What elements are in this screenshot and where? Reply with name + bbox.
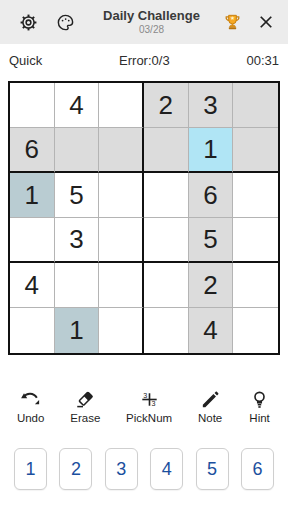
undo-label: Undo <box>17 412 45 424</box>
cell-r4c6[interactable] <box>233 218 278 263</box>
cell-r6c4[interactable] <box>144 308 189 353</box>
cell-r4c4[interactable] <box>144 218 189 263</box>
theme-palette-icon[interactable] <box>53 10 77 34</box>
cell-r6c3[interactable] <box>99 308 144 353</box>
svg-text:3: 3 <box>143 392 147 400</box>
hint-label: Hint <box>249 412 269 424</box>
cell-r6c1[interactable] <box>10 308 55 353</box>
undo-button[interactable]: Undo <box>17 388 45 424</box>
numpad-1-button[interactable]: 1 <box>14 448 47 490</box>
cell-r2c2[interactable] <box>55 128 100 173</box>
cell-r4c1[interactable] <box>10 218 55 263</box>
cell-r3c3[interactable] <box>99 173 144 218</box>
timer: 00:31 <box>246 53 279 68</box>
status-bar: Quick Error:0/3 00:31 <box>0 53 288 68</box>
cell-r1c5[interactable]: 3 <box>189 83 234 128</box>
cell-r5c2[interactable] <box>55 263 100 308</box>
toolbar: Undo Erase 3 3 PickNum Note <box>0 388 288 424</box>
picknum-button[interactable]: 3 3 PickNum <box>126 388 172 424</box>
trophy-icon[interactable]: ★ <box>220 10 244 34</box>
note-label: Note <box>198 412 222 424</box>
cell-r6c5[interactable]: 4 <box>189 308 234 353</box>
numpad-6-button[interactable]: 6 <box>241 448 274 490</box>
sudoku-board: 42361156354214 <box>8 81 280 355</box>
cell-r2c6[interactable] <box>233 128 278 173</box>
cell-r4c2[interactable]: 3 <box>55 218 100 263</box>
cell-r4c3[interactable] <box>99 218 144 263</box>
cell-r2c1[interactable]: 6 <box>10 128 55 173</box>
cell-r1c3[interactable] <box>99 83 144 128</box>
numpad-4-button[interactable]: 4 <box>150 448 183 490</box>
header-title-block: Daily Challenge 03/28 <box>83 9 220 35</box>
cell-r1c4[interactable]: 2 <box>144 83 189 128</box>
cell-r3c4[interactable] <box>144 173 189 218</box>
erase-button[interactable]: Erase <box>70 388 100 424</box>
erase-icon <box>74 388 97 411</box>
cell-r3c1[interactable]: 1 <box>10 173 55 218</box>
hint-bulb-icon <box>248 388 271 411</box>
number-pad: 123456 <box>0 448 288 490</box>
page-title: Daily Challenge <box>103 9 200 24</box>
cell-r6c6[interactable] <box>233 308 278 353</box>
numpad-5-button[interactable]: 5 <box>196 448 229 490</box>
cell-r2c3[interactable] <box>99 128 144 173</box>
error-counter: Error:0/3 <box>119 53 170 68</box>
settings-gear-icon[interactable] <box>16 10 40 34</box>
cell-r1c2[interactable]: 4 <box>55 83 100 128</box>
note-pencil-icon <box>199 388 222 411</box>
cell-r1c1[interactable] <box>10 83 55 128</box>
cell-r5c1[interactable]: 4 <box>10 263 55 308</box>
numpad-3-button[interactable]: 3 <box>105 448 138 490</box>
picknum-label: PickNum <box>126 412 172 424</box>
picknum-label-sibling: Erase <box>70 412 100 424</box>
cell-r1c6[interactable] <box>233 83 278 128</box>
note-button[interactable]: Note <box>198 388 222 424</box>
cell-r4c5[interactable]: 5 <box>189 218 234 263</box>
close-icon[interactable] <box>254 10 278 34</box>
svg-text:3: 3 <box>151 400 155 408</box>
cell-r6c2[interactable]: 1 <box>55 308 100 353</box>
undo-icon <box>19 388 42 411</box>
cell-r5c6[interactable] <box>233 263 278 308</box>
numpad-2-button[interactable]: 2 <box>59 448 92 490</box>
svg-text:★: ★ <box>229 14 234 20</box>
cell-r3c6[interactable] <box>233 173 278 218</box>
cell-r2c4[interactable] <box>144 128 189 173</box>
challenge-progress: 03/28 <box>139 24 164 36</box>
cell-r5c4[interactable] <box>144 263 189 308</box>
cell-r3c2[interactable]: 5 <box>55 173 100 218</box>
hint-button[interactable]: Hint <box>248 388 271 424</box>
cell-r5c3[interactable] <box>99 263 144 308</box>
cell-r2c5[interactable]: 1 <box>189 128 234 173</box>
cell-r3c5[interactable]: 6 <box>189 173 234 218</box>
difficulty-label: Quick <box>9 53 42 68</box>
picknum-icon: 3 3 <box>138 388 161 411</box>
cell-r5c5[interactable]: 2 <box>189 263 234 308</box>
header-bar: Daily Challenge 03/28 ★ <box>0 0 288 44</box>
